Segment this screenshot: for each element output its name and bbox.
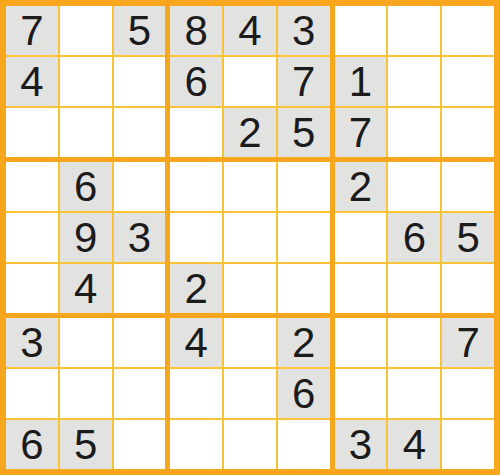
cell-r1c3-given: 5 <box>114 6 166 55</box>
cell-r3c2-empty[interactable] <box>60 108 112 157</box>
cell-r7c9-given: 7 <box>442 318 494 367</box>
cell-r6c9-empty[interactable] <box>442 264 494 313</box>
cell-r1c4-given: 8 <box>170 6 222 55</box>
box-3: 17 <box>335 6 494 157</box>
cell-r4c3-empty[interactable] <box>114 162 166 211</box>
box-6: 265 <box>335 162 494 313</box>
sudoku-board: 75484367251769342265365426734 <box>0 0 500 475</box>
cell-r1c6-given: 3 <box>278 6 330 55</box>
box-9: 734 <box>335 318 494 469</box>
cell-r6c5-empty[interactable] <box>224 264 276 313</box>
cell-r5c2-given: 9 <box>60 213 112 262</box>
cell-r8c2-empty[interactable] <box>60 369 112 418</box>
cell-r5c4-empty[interactable] <box>170 213 222 262</box>
cell-r5c1-empty[interactable] <box>6 213 58 262</box>
cell-r1c7-empty[interactable] <box>335 6 387 55</box>
cell-r4c9-empty[interactable] <box>442 162 494 211</box>
cell-r2c8-empty[interactable] <box>388 57 440 106</box>
cell-r5c9-given: 5 <box>442 213 494 262</box>
cell-r6c3-empty[interactable] <box>114 264 166 313</box>
cell-r3c1-empty[interactable] <box>6 108 58 157</box>
cell-r3c3-empty[interactable] <box>114 108 166 157</box>
box-8: 426 <box>170 318 329 469</box>
cell-r3c6-given: 5 <box>278 108 330 157</box>
cell-r2c4-given: 6 <box>170 57 222 106</box>
cell-r5c5-empty[interactable] <box>224 213 276 262</box>
cell-r5c7-empty[interactable] <box>335 213 387 262</box>
cell-r4c5-empty[interactable] <box>224 162 276 211</box>
cell-r2c5-empty[interactable] <box>224 57 276 106</box>
cell-r4c7-given: 2 <box>335 162 387 211</box>
cell-r8c3-empty[interactable] <box>114 369 166 418</box>
cell-r5c6-empty[interactable] <box>278 213 330 262</box>
cell-r8c1-empty[interactable] <box>6 369 58 418</box>
cell-r6c2-given: 4 <box>60 264 112 313</box>
cell-r7c8-empty[interactable] <box>388 318 440 367</box>
box-1: 754 <box>6 6 165 157</box>
cell-r6c8-empty[interactable] <box>388 264 440 313</box>
cell-r9c9-empty[interactable] <box>442 420 494 469</box>
cell-r4c8-empty[interactable] <box>388 162 440 211</box>
cell-r3c7-given: 7 <box>335 108 387 157</box>
cell-r7c2-empty[interactable] <box>60 318 112 367</box>
cell-r7c7-empty[interactable] <box>335 318 387 367</box>
cell-r2c3-empty[interactable] <box>114 57 166 106</box>
cell-r4c1-empty[interactable] <box>6 162 58 211</box>
cell-r3c4-empty[interactable] <box>170 108 222 157</box>
cell-r2c1-given: 4 <box>6 57 58 106</box>
cell-r9c3-empty[interactable] <box>114 420 166 469</box>
cell-r2c6-given: 7 <box>278 57 330 106</box>
cell-r6c7-empty[interactable] <box>335 264 387 313</box>
cell-r7c5-empty[interactable] <box>224 318 276 367</box>
cell-r2c9-empty[interactable] <box>442 57 494 106</box>
cell-r9c1-given: 6 <box>6 420 58 469</box>
cell-r9c2-given: 5 <box>60 420 112 469</box>
cell-r6c6-empty[interactable] <box>278 264 330 313</box>
box-5: 2 <box>170 162 329 313</box>
cell-r3c9-empty[interactable] <box>442 108 494 157</box>
cell-r9c5-empty[interactable] <box>224 420 276 469</box>
cell-r1c9-empty[interactable] <box>442 6 494 55</box>
cell-r4c4-empty[interactable] <box>170 162 222 211</box>
cell-r8c4-empty[interactable] <box>170 369 222 418</box>
cell-r8c7-empty[interactable] <box>335 369 387 418</box>
cell-r1c5-given: 4 <box>224 6 276 55</box>
cell-r9c6-empty[interactable] <box>278 420 330 469</box>
cell-r4c6-empty[interactable] <box>278 162 330 211</box>
cell-r1c2-empty[interactable] <box>60 6 112 55</box>
cell-r6c1-empty[interactable] <box>6 264 58 313</box>
cell-r1c1-given: 7 <box>6 6 58 55</box>
cell-r8c9-empty[interactable] <box>442 369 494 418</box>
cell-r2c2-empty[interactable] <box>60 57 112 106</box>
cell-r5c8-given: 6 <box>388 213 440 262</box>
cell-r8c5-empty[interactable] <box>224 369 276 418</box>
box-4: 6934 <box>6 162 165 313</box>
box-2: 8436725 <box>170 6 329 157</box>
cell-r8c8-empty[interactable] <box>388 369 440 418</box>
box-7: 365 <box>6 318 165 469</box>
cell-r7c6-given: 2 <box>278 318 330 367</box>
cell-r5c3-given: 3 <box>114 213 166 262</box>
cell-r7c4-given: 4 <box>170 318 222 367</box>
cell-r2c7-given: 1 <box>335 57 387 106</box>
cell-r7c3-empty[interactable] <box>114 318 166 367</box>
cell-r3c8-empty[interactable] <box>388 108 440 157</box>
cell-r3c5-given: 2 <box>224 108 276 157</box>
cell-r1c8-empty[interactable] <box>388 6 440 55</box>
cell-r9c7-given: 3 <box>335 420 387 469</box>
cell-r8c6-given: 6 <box>278 369 330 418</box>
cell-r9c4-empty[interactable] <box>170 420 222 469</box>
cell-r6c4-given: 2 <box>170 264 222 313</box>
cell-r7c1-given: 3 <box>6 318 58 367</box>
cell-r9c8-given: 4 <box>388 420 440 469</box>
cell-r4c2-given: 6 <box>60 162 112 211</box>
